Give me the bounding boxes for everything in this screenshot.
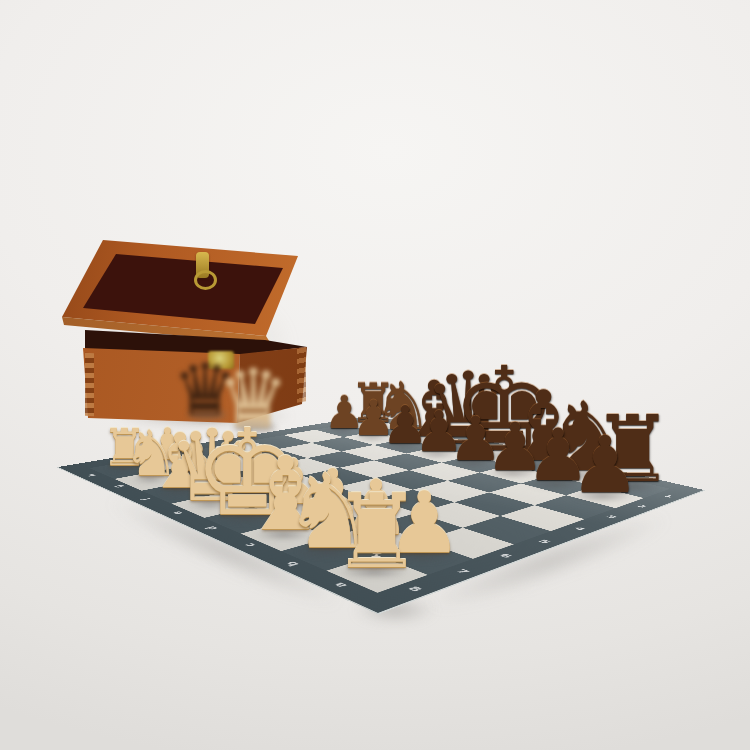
pieces-layer: ♜♟♞♟♝♟♛♟♚♟♟♝♜♟♟♞♞♟♟♜♝♟♟♛♟♚♟♝♟♞♟♜ xyxy=(0,0,750,750)
dovetail-joint-icon xyxy=(85,353,94,416)
photo-backdrop: ♛ ♛ hgfedcba12345678 ♜♟♞♟♝♟♛♟♚♟♟♝♜♟♟♞♞♟♟… xyxy=(0,0,750,750)
piece-black-pawn-h7[interactable]: ♟ xyxy=(570,426,640,504)
brass-catch-plate-icon xyxy=(208,351,234,369)
piece-white-rook-h1[interactable]: ♜ xyxy=(331,481,423,583)
brass-clasp-icon xyxy=(196,252,209,278)
dovetail-joint-icon xyxy=(297,347,306,403)
